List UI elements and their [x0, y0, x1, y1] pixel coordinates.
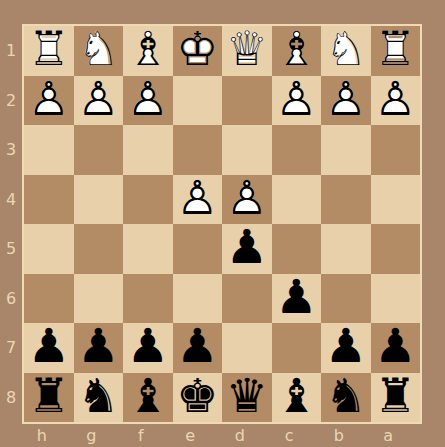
- white-pawn-piece: ♟♙: [74, 74, 124, 124]
- square-e5[interactable]: [173, 224, 223, 274]
- square-a4[interactable]: [371, 175, 421, 225]
- square-h1[interactable]: ♜♖: [24, 26, 74, 76]
- square-b5[interactable]: [321, 224, 371, 274]
- rank-label-7: 7: [0, 323, 22, 373]
- rank-label-2: 2: [0, 76, 22, 126]
- square-f4[interactable]: [123, 175, 173, 225]
- white-rook-piece: ♜♖: [371, 24, 421, 74]
- black-rook-piece: ♜: [371, 371, 421, 421]
- square-c1[interactable]: ♝♗: [272, 26, 322, 76]
- square-c5[interactable]: [272, 224, 322, 274]
- square-b4[interactable]: [321, 175, 371, 225]
- square-d2[interactable]: [222, 76, 272, 126]
- square-g3[interactable]: [74, 125, 124, 175]
- square-e2[interactable]: [173, 76, 223, 126]
- square-f2[interactable]: ♟♙: [123, 76, 173, 126]
- square-e8[interactable]: ♚: [173, 373, 223, 423]
- square-c2[interactable]: ♟♙: [272, 76, 322, 126]
- rank-label-4: 4: [0, 175, 22, 225]
- square-b3[interactable]: [321, 125, 371, 175]
- black-pawn-piece: ♟: [371, 321, 421, 371]
- piece-outline: ♙: [222, 173, 272, 223]
- square-c7[interactable]: [272, 323, 322, 373]
- square-h4[interactable]: [24, 175, 74, 225]
- file-label-e: e: [166, 424, 216, 447]
- square-a1[interactable]: ♜♖: [371, 26, 421, 76]
- black-pawn-piece: ♟: [24, 321, 74, 371]
- square-g4[interactable]: [74, 175, 124, 225]
- rank-label-6: 6: [0, 274, 22, 324]
- square-f1[interactable]: ♝♗: [123, 26, 173, 76]
- square-a6[interactable]: [371, 274, 421, 324]
- white-pawn-piece: ♟♙: [321, 74, 371, 124]
- black-pawn-piece: ♟: [173, 321, 223, 371]
- square-d7[interactable]: [222, 323, 272, 373]
- rank-labels: 1 2 3 4 5 6 7 8: [0, 26, 22, 422]
- square-g6[interactable]: [74, 274, 124, 324]
- rank-label-8: 8: [0, 373, 22, 423]
- square-g2[interactable]: ♟♙: [74, 76, 124, 126]
- file-label-c: c: [265, 424, 315, 447]
- white-pawn-piece: ♟♙: [24, 74, 74, 124]
- square-b6[interactable]: [321, 274, 371, 324]
- piece-outline: ♙: [371, 74, 421, 124]
- square-c4[interactable]: [272, 175, 322, 225]
- square-h8[interactable]: ♜: [24, 373, 74, 423]
- black-knight-piece: ♞: [321, 371, 371, 421]
- white-king-piece: ♚♔: [173, 24, 223, 74]
- square-g1[interactable]: ♞♘: [74, 26, 124, 76]
- square-c6[interactable]: ♟: [272, 274, 322, 324]
- piece-outline: ♙: [123, 74, 173, 124]
- piece-outline: ♙: [173, 173, 223, 223]
- piece-outline: ♕: [222, 24, 272, 74]
- file-label-b: b: [314, 424, 364, 447]
- square-d6[interactable]: [222, 274, 272, 324]
- square-a3[interactable]: [371, 125, 421, 175]
- chess-board: ♜♖♞♘♝♗♚♔♛♕♝♗♞♘♜♖♟♙♟♙♟♙♟♙♟♙♟♙♟♙♟♙♟♟♟♟♟♟♟♟…: [24, 26, 420, 422]
- square-c3[interactable]: [272, 125, 322, 175]
- square-b8[interactable]: ♞: [321, 373, 371, 423]
- square-b7[interactable]: ♟: [321, 323, 371, 373]
- square-b1[interactable]: ♞♘: [321, 26, 371, 76]
- file-label-g: g: [67, 424, 117, 447]
- black-pawn-piece: ♟: [222, 222, 272, 272]
- white-pawn-piece: ♟♙: [371, 74, 421, 124]
- square-h5[interactable]: [24, 224, 74, 274]
- file-labels: h g f e d c b a: [17, 424, 413, 447]
- square-d4[interactable]: ♟♙: [222, 175, 272, 225]
- piece-outline: ♗: [272, 24, 322, 74]
- piece-outline: ♙: [272, 74, 322, 124]
- file-label-f: f: [116, 424, 166, 447]
- square-b2[interactable]: ♟♙: [321, 76, 371, 126]
- black-knight-piece: ♞: [74, 371, 124, 421]
- white-knight-piece: ♞♘: [321, 24, 371, 74]
- square-f5[interactable]: [123, 224, 173, 274]
- white-rook-piece: ♜♖: [24, 24, 74, 74]
- square-a5[interactable]: [371, 224, 421, 274]
- white-pawn-piece: ♟♙: [123, 74, 173, 124]
- black-pawn-piece: ♟: [272, 272, 322, 322]
- black-pawn-piece: ♟: [123, 321, 173, 371]
- square-g7[interactable]: ♟: [74, 323, 124, 373]
- piece-outline: ♖: [371, 24, 421, 74]
- black-rook-piece: ♜: [24, 371, 74, 421]
- file-label-h: h: [17, 424, 67, 447]
- square-e3[interactable]: [173, 125, 223, 175]
- rank-label-3: 3: [0, 125, 22, 175]
- square-d8[interactable]: ♛: [222, 373, 272, 423]
- square-e1[interactable]: ♚♔: [173, 26, 223, 76]
- rank-label-5: 5: [0, 224, 22, 274]
- square-e6[interactable]: [173, 274, 223, 324]
- square-f6[interactable]: [123, 274, 173, 324]
- black-queen-piece: ♛: [222, 371, 272, 421]
- white-knight-piece: ♞♘: [74, 24, 124, 74]
- piece-outline: ♘: [321, 24, 371, 74]
- piece-outline: ♙: [74, 74, 124, 124]
- square-d5[interactable]: ♟: [222, 224, 272, 274]
- piece-outline: ♔: [173, 24, 223, 74]
- rank-label-1: 1: [0, 26, 22, 76]
- square-e7[interactable]: ♟: [173, 323, 223, 373]
- square-f8[interactable]: ♝: [123, 373, 173, 423]
- square-h6[interactable]: [24, 274, 74, 324]
- file-label-d: d: [215, 424, 265, 447]
- square-d3[interactable]: [222, 125, 272, 175]
- square-c8[interactable]: ♝: [272, 373, 322, 423]
- square-g5[interactable]: [74, 224, 124, 274]
- square-d1[interactable]: ♛♕: [222, 26, 272, 76]
- square-h2[interactable]: ♟♙: [24, 76, 74, 126]
- square-h3[interactable]: [24, 125, 74, 175]
- black-bishop-piece: ♝: [272, 371, 322, 421]
- black-pawn-piece: ♟: [74, 321, 124, 371]
- piece-outline: ♙: [24, 74, 74, 124]
- white-pawn-piece: ♟♙: [173, 173, 223, 223]
- board-frame: ♜♖♞♘♝♗♚♔♛♕♝♗♞♘♜♖♟♙♟♙♟♙♟♙♟♙♟♙♟♙♟♙♟♟♟♟♟♟♟♟…: [22, 24, 422, 424]
- piece-outline: ♖: [24, 24, 74, 74]
- square-g8[interactable]: ♞: [74, 373, 124, 423]
- piece-outline: ♗: [123, 24, 173, 74]
- square-h7[interactable]: ♟: [24, 323, 74, 373]
- white-pawn-piece: ♟♙: [222, 173, 272, 223]
- white-pawn-piece: ♟♙: [272, 74, 322, 124]
- file-label-a: a: [364, 424, 414, 447]
- square-f7[interactable]: ♟: [123, 323, 173, 373]
- piece-outline: ♙: [321, 74, 371, 124]
- black-bishop-piece: ♝: [123, 371, 173, 421]
- piece-outline: ♘: [74, 24, 124, 74]
- black-king-piece: ♚: [173, 371, 223, 421]
- square-f3[interactable]: [123, 125, 173, 175]
- square-a2[interactable]: ♟♙: [371, 76, 421, 126]
- black-pawn-piece: ♟: [321, 321, 371, 371]
- chess-board-screenshot: 1 2 3 4 5 6 7 8 ♜♖♞♘♝♗♚♔♛♕♝♗♞♘♜♖♟♙♟♙♟♙♟♙…: [0, 0, 445, 447]
- square-e4[interactable]: ♟♙: [173, 175, 223, 225]
- white-bishop-piece: ♝♗: [123, 24, 173, 74]
- white-queen-piece: ♛♕: [222, 24, 272, 74]
- square-a8[interactable]: ♜: [371, 373, 421, 423]
- square-a7[interactable]: ♟: [371, 323, 421, 373]
- white-bishop-piece: ♝♗: [272, 24, 322, 74]
